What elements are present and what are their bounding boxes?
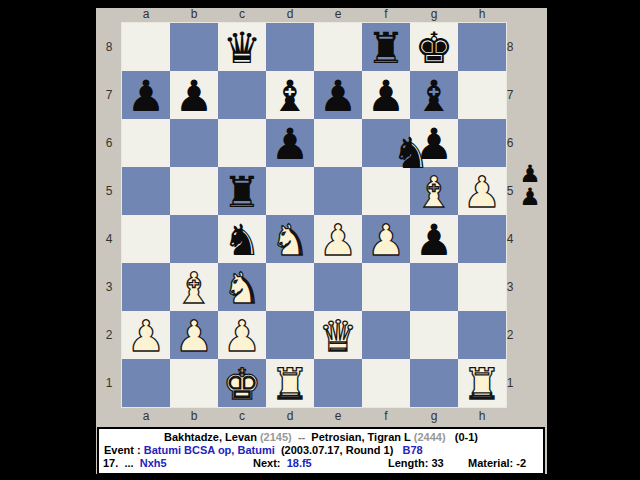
square-a3[interactable] bbox=[122, 263, 170, 311]
length-label: Length: bbox=[388, 457, 428, 469]
square-d5[interactable] bbox=[266, 167, 314, 215]
rank-label-4-right: 4 bbox=[503, 215, 517, 263]
square-g2[interactable] bbox=[410, 311, 458, 359]
length-segment: Length: 33 bbox=[388, 457, 444, 469]
square-f7[interactable]: ♟ bbox=[362, 71, 410, 119]
file-label-c-bottom: c bbox=[218, 408, 266, 424]
captured-black-pawn-1-icon: ♟ bbox=[518, 161, 542, 185]
file-label-h-top: h bbox=[458, 6, 506, 22]
black-pawn-g4-icon: ♟ bbox=[410, 215, 458, 263]
square-c7[interactable] bbox=[218, 71, 266, 119]
rank-label-5-left: 5 bbox=[100, 167, 118, 215]
square-b2[interactable]: ♟ bbox=[170, 311, 218, 359]
material-label: Material: bbox=[468, 457, 513, 469]
file-label-g-bottom: g bbox=[410, 408, 458, 424]
rank-label-2-right: 2 bbox=[503, 311, 517, 359]
square-d8[interactable] bbox=[266, 23, 314, 71]
file-label-f-top: f bbox=[362, 6, 410, 22]
move-status-line: 17. ... Nxh5 Next: 18.f5 Length: 33 Mate… bbox=[99, 457, 543, 470]
move-ellipsis: ... bbox=[124, 457, 133, 469]
material-segment: Material: -2 bbox=[468, 457, 526, 469]
square-c3[interactable]: ♞ bbox=[218, 263, 266, 311]
captured-black-pawn-2-icon: ♟ bbox=[518, 184, 542, 208]
square-a1[interactable] bbox=[122, 359, 170, 407]
white-knight-d4-icon: ♞ bbox=[266, 215, 314, 263]
white-pawn-b2-icon: ♟ bbox=[170, 311, 218, 359]
black-player-name: Petrosian, Tigran L bbox=[311, 431, 410, 443]
square-b7[interactable]: ♟ bbox=[170, 71, 218, 119]
file-label-c-top: c bbox=[218, 6, 266, 22]
event-label: Event : bbox=[104, 444, 141, 456]
black-pawn-e7-icon: ♟ bbox=[314, 71, 362, 119]
rank-label-3-left: 3 bbox=[100, 263, 118, 311]
square-d7[interactable]: ♝ bbox=[266, 71, 314, 119]
length-value: 33 bbox=[431, 457, 443, 469]
video-frame: ♛♜♚♟♟♝♟♟♝♟♟♜♝♟♞♞♟♟♟♝♞♟♟♟♛♚♜♜♞ Bakhtadze,… bbox=[0, 0, 640, 480]
square-b1[interactable] bbox=[170, 359, 218, 407]
square-h5[interactable]: ♟ bbox=[458, 167, 506, 215]
square-h1[interactable]: ♜ bbox=[458, 359, 506, 407]
white-rook-d1-icon: ♜ bbox=[266, 359, 314, 407]
square-c1[interactable]: ♚ bbox=[218, 359, 266, 407]
white-player-rating: (2145) bbox=[260, 431, 292, 443]
square-b3[interactable]: ♝ bbox=[170, 263, 218, 311]
event-line: Event : Batumi BCSA op, Batumi (2003.07.… bbox=[99, 444, 543, 456]
square-f8[interactable]: ♜ bbox=[362, 23, 410, 71]
file-label-d-bottom: d bbox=[266, 408, 314, 424]
rank-label-7-left: 7 bbox=[100, 71, 118, 119]
square-c6[interactable] bbox=[218, 119, 266, 167]
white-pawn-a2-icon: ♟ bbox=[122, 311, 170, 359]
black-king-g8-icon: ♚ bbox=[410, 23, 458, 71]
rank-label-3-right: 3 bbox=[503, 263, 517, 311]
event-details: (2003.07.17, Round 1) bbox=[281, 444, 394, 456]
white-queen-e2-icon: ♛ bbox=[314, 311, 362, 359]
square-e8[interactable] bbox=[314, 23, 362, 71]
square-f4[interactable]: ♟ bbox=[362, 215, 410, 263]
file-label-g-top: g bbox=[410, 6, 458, 22]
white-rook-h1-icon: ♜ bbox=[458, 359, 506, 407]
last-move-san: Nxh5 bbox=[140, 457, 167, 469]
square-a8[interactable] bbox=[122, 23, 170, 71]
file-label-a-bottom: a bbox=[122, 408, 170, 424]
square-h7[interactable] bbox=[458, 71, 506, 119]
square-h8[interactable] bbox=[458, 23, 506, 71]
square-g4[interactable]: ♟ bbox=[410, 215, 458, 263]
next-move-san: 18.f5 bbox=[287, 457, 312, 469]
black-rook-c5-icon: ♜ bbox=[218, 167, 266, 215]
rank-label-8-right: 8 bbox=[503, 23, 517, 71]
square-d6[interactable]: ♟ bbox=[266, 119, 314, 167]
next-label: Next: bbox=[253, 457, 281, 469]
black-player-rating: (2444) bbox=[414, 431, 446, 443]
black-pawn-f7-icon: ♟ bbox=[362, 71, 410, 119]
file-label-f-bottom: f bbox=[362, 408, 410, 424]
square-a6[interactable] bbox=[122, 119, 170, 167]
file-label-e-top: e bbox=[314, 6, 362, 22]
white-bishop-b3-icon: ♝ bbox=[170, 263, 218, 311]
file-label-d-top: d bbox=[266, 6, 314, 22]
square-e7[interactable]: ♟ bbox=[314, 71, 362, 119]
animated-black-knight-f6-to-h5-icon: ♞ bbox=[387, 128, 435, 176]
square-e5[interactable] bbox=[314, 167, 362, 215]
black-queen-c8-icon: ♛ bbox=[218, 23, 266, 71]
move-number: 17. bbox=[103, 457, 118, 469]
rank-label-4-left: 4 bbox=[100, 215, 118, 263]
square-c4[interactable]: ♞ bbox=[218, 215, 266, 263]
file-label-b-bottom: b bbox=[170, 408, 218, 424]
white-king-c1-icon: ♚ bbox=[218, 359, 266, 407]
players-line: Bakhtadze, Levan (2145) -- Petrosian, Ti… bbox=[99, 431, 543, 443]
material-value: -2 bbox=[516, 457, 526, 469]
game-info-panel: Bakhtadze, Levan (2145) -- Petrosian, Ti… bbox=[97, 427, 545, 475]
file-label-h-bottom: h bbox=[458, 408, 506, 424]
white-pawn-f4-icon: ♟ bbox=[362, 215, 410, 263]
square-c2[interactable]: ♟ bbox=[218, 311, 266, 359]
square-h6[interactable] bbox=[458, 119, 506, 167]
square-f2[interactable] bbox=[362, 311, 410, 359]
last-move-segment: 17. ... Nxh5 bbox=[103, 457, 167, 469]
file-label-a-top: a bbox=[122, 6, 170, 22]
square-f1[interactable] bbox=[362, 359, 410, 407]
square-a5[interactable] bbox=[122, 167, 170, 215]
square-e1[interactable] bbox=[314, 359, 362, 407]
chess-board[interactable]: ♛♜♚♟♟♝♟♟♝♟♟♜♝♟♞♞♟♟♟♝♞♟♟♟♛♚♜♜♞ bbox=[122, 23, 506, 407]
white-pawn-c2-icon: ♟ bbox=[218, 311, 266, 359]
square-h3[interactable] bbox=[458, 263, 506, 311]
white-player-name: Bakhtadze, Levan bbox=[164, 431, 257, 443]
black-knight-glyph-icon: ♞ bbox=[387, 128, 435, 176]
square-f3[interactable] bbox=[362, 263, 410, 311]
square-b4[interactable] bbox=[170, 215, 218, 263]
rank-label-6-left: 6 bbox=[100, 119, 118, 167]
square-d3[interactable] bbox=[266, 263, 314, 311]
square-b6[interactable] bbox=[170, 119, 218, 167]
black-pawn-b7-icon: ♟ bbox=[170, 71, 218, 119]
square-h2[interactable] bbox=[458, 311, 506, 359]
rank-label-8-left: 8 bbox=[100, 23, 118, 71]
square-c8[interactable]: ♛ bbox=[218, 23, 266, 71]
square-d4[interactable]: ♞ bbox=[266, 215, 314, 263]
square-b8[interactable] bbox=[170, 23, 218, 71]
file-label-b-top: b bbox=[170, 6, 218, 22]
square-e3[interactable] bbox=[314, 263, 362, 311]
rank-label-5-right: 5 bbox=[503, 167, 517, 215]
square-g1[interactable] bbox=[410, 359, 458, 407]
white-pawn-e4-icon: ♟ bbox=[314, 215, 362, 263]
rank-label-2-left: 2 bbox=[100, 311, 118, 359]
event-name: Batumi BCSA op, Batumi bbox=[144, 444, 275, 456]
black-knight-c4-icon: ♞ bbox=[218, 215, 266, 263]
square-g3[interactable] bbox=[410, 263, 458, 311]
square-h4[interactable] bbox=[458, 215, 506, 263]
rank-label-1-right: 1 bbox=[503, 359, 517, 407]
square-b5[interactable] bbox=[170, 167, 218, 215]
square-d2[interactable] bbox=[266, 311, 314, 359]
square-e4[interactable]: ♟ bbox=[314, 215, 362, 263]
square-g7[interactable]: ♝ bbox=[410, 71, 458, 119]
black-pawn-a7-icon: ♟ bbox=[122, 71, 170, 119]
players-separator: -- bbox=[298, 431, 305, 443]
rank-label-6-right: 6 bbox=[503, 119, 517, 167]
black-pawn-d6-icon: ♟ bbox=[266, 119, 314, 167]
square-e6[interactable] bbox=[314, 119, 362, 167]
black-bishop-d7-icon: ♝ bbox=[266, 71, 314, 119]
game-result: (0-1) bbox=[455, 431, 478, 443]
white-knight-c3-icon: ♞ bbox=[218, 263, 266, 311]
white-pawn-h5-icon: ♟ bbox=[458, 167, 506, 215]
square-a7[interactable]: ♟ bbox=[122, 71, 170, 119]
black-bishop-g7-icon: ♝ bbox=[410, 71, 458, 119]
square-c5[interactable]: ♜ bbox=[218, 167, 266, 215]
rank-label-7-right: 7 bbox=[503, 71, 517, 119]
rank-label-1-left: 1 bbox=[100, 359, 118, 407]
eco-code: B78 bbox=[403, 444, 423, 456]
next-move-segment: Next: 18.f5 bbox=[253, 457, 312, 469]
square-g8[interactable]: ♚ bbox=[410, 23, 458, 71]
file-label-e-bottom: e bbox=[314, 408, 362, 424]
square-e2[interactable]: ♛ bbox=[314, 311, 362, 359]
square-a4[interactable] bbox=[122, 215, 170, 263]
square-a2[interactable]: ♟ bbox=[122, 311, 170, 359]
black-rook-f8-icon: ♜ bbox=[362, 23, 410, 71]
square-d1[interactable]: ♜ bbox=[266, 359, 314, 407]
